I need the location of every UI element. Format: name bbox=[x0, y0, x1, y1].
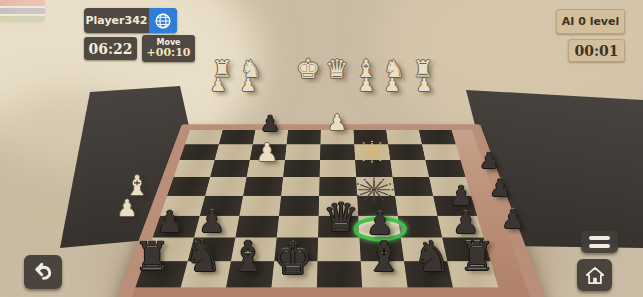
piece-black-bishop-f8[interactable]: ♝ bbox=[229, 236, 267, 278]
piece-black-knight-b8[interactable]: ♞ bbox=[413, 236, 451, 278]
square-h4[interactable] bbox=[167, 177, 210, 195]
square-a3[interactable] bbox=[425, 160, 465, 177]
piece-black-king-e8[interactable]: ♚ bbox=[273, 237, 312, 281]
square-d4[interactable] bbox=[319, 177, 357, 195]
player-info-box: Player342 bbox=[84, 8, 177, 33]
square-b5[interactable] bbox=[395, 196, 437, 216]
player-clock-value: 06:22 bbox=[88, 41, 132, 57]
piece-white-queen-d1[interactable]: ♛ bbox=[325, 56, 348, 82]
piece-white-pawn-a2[interactable]: ♟ bbox=[416, 76, 432, 94]
game-stage: ♝♟♟♟♟♜♞♚♛♝♞♜♟♟♟♟♟♟♟♟♟♟♟♛♟♟♜♞♝♚♝♞♜ Player… bbox=[0, 0, 643, 297]
square-b1[interactable] bbox=[386, 130, 422, 145]
piece-white-pawn-f5[interactable]: ♟ bbox=[256, 140, 278, 165]
menu-button[interactable] bbox=[581, 231, 618, 253]
opponent-clock-value: 00:01 bbox=[574, 43, 618, 59]
piece-black-knight-g8[interactable]: ♞ bbox=[184, 236, 222, 278]
piece-white-pawn-d4[interactable]: ♟ bbox=[327, 112, 347, 134]
move-hint-c5[interactable] bbox=[354, 141, 390, 166]
square-g1[interactable] bbox=[219, 130, 256, 145]
square-b3[interactable] bbox=[390, 160, 429, 177]
piece-white-pawn-g2[interactable]: ♟ bbox=[240, 76, 256, 94]
captured-black-pawn: ♟ bbox=[479, 150, 499, 172]
square-e4[interactable] bbox=[281, 177, 319, 195]
opponent-name: AI 0 level bbox=[562, 15, 620, 28]
square-b2[interactable] bbox=[388, 144, 425, 160]
move-increment-value: +00:10 bbox=[147, 47, 191, 58]
piece-black-bishop-c8[interactable]: ♝ bbox=[365, 236, 403, 278]
square-g3[interactable] bbox=[210, 160, 250, 177]
player-name: Player342 bbox=[84, 14, 149, 27]
piece-black-pawn-f4[interactable]: ♟ bbox=[260, 113, 280, 135]
piece-white-pawn-c2[interactable]: ♟ bbox=[358, 76, 374, 94]
piece-white-pawn-h2[interactable]: ♟ bbox=[210, 76, 226, 94]
square-d2[interactable] bbox=[320, 144, 355, 160]
piece-white-king-e1[interactable]: ♚ bbox=[296, 55, 320, 82]
home-button[interactable] bbox=[577, 259, 612, 291]
square-f4[interactable] bbox=[243, 177, 283, 195]
square-h1[interactable] bbox=[185, 130, 223, 145]
captured-white-pawn: ♟ bbox=[117, 197, 138, 220]
menu-bar bbox=[589, 244, 610, 248]
square-g4[interactable] bbox=[205, 177, 246, 195]
square-e1[interactable] bbox=[287, 130, 321, 145]
square-a1[interactable] bbox=[419, 130, 456, 145]
move-increment-box: Move +00:10 bbox=[142, 35, 195, 62]
square-a2[interactable] bbox=[422, 144, 461, 160]
square-f5[interactable] bbox=[239, 196, 281, 216]
menu-bar bbox=[589, 236, 610, 240]
opponent-name-box: AI 0 level bbox=[556, 9, 625, 34]
square-d8[interactable] bbox=[317, 261, 362, 287]
undo-button[interactable] bbox=[24, 255, 62, 289]
piece-black-rook-a8[interactable]: ♜ bbox=[459, 236, 495, 276]
captured-black-pawn: ♟ bbox=[489, 176, 511, 200]
square-e3[interactable] bbox=[283, 160, 320, 177]
move-hint-c6[interactable] bbox=[354, 177, 394, 204]
player-clock: 06:22 bbox=[84, 37, 137, 60]
piece-black-queen-d7[interactable]: ♛ bbox=[323, 197, 359, 237]
square-e5[interactable] bbox=[279, 196, 319, 216]
captured-black-pawn: ♟ bbox=[501, 206, 524, 232]
square-g2[interactable] bbox=[215, 144, 253, 160]
square-d7[interactable] bbox=[317, 238, 360, 262]
square-h2[interactable] bbox=[180, 144, 219, 160]
opponent-clock: 00:01 bbox=[568, 39, 625, 62]
square-e2[interactable] bbox=[285, 144, 321, 160]
square-b4[interactable] bbox=[393, 177, 433, 195]
square-d3[interactable] bbox=[320, 160, 357, 177]
piece-white-pawn-b2[interactable]: ♟ bbox=[384, 76, 400, 94]
square-h3[interactable] bbox=[174, 160, 215, 177]
piece-black-rook-h8[interactable]: ♜ bbox=[134, 236, 170, 276]
globe-icon[interactable] bbox=[149, 8, 177, 33]
